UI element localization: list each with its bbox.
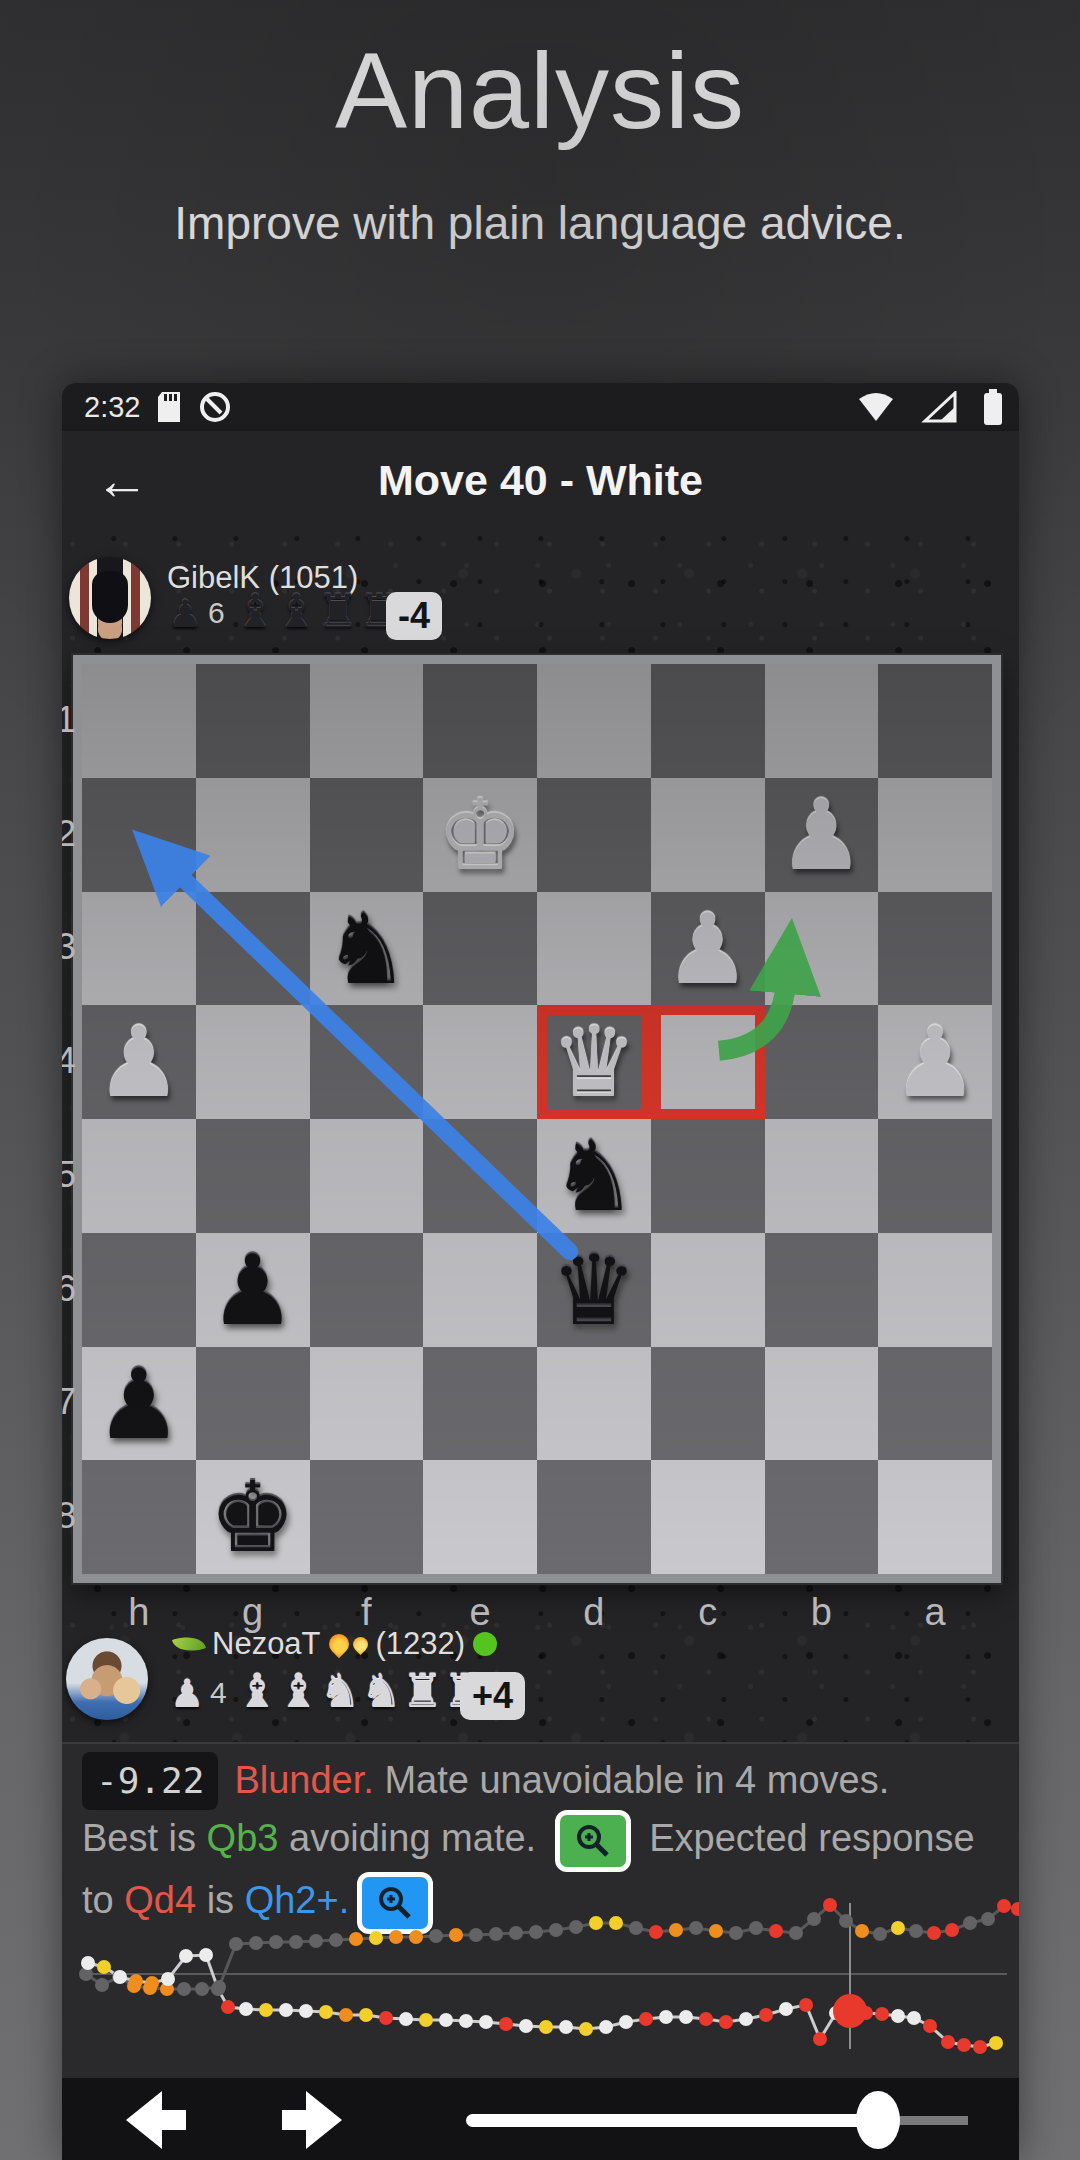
move-point [823, 1898, 837, 1912]
captured-rook-icon: ♜ [402, 1668, 443, 1714]
move-point [459, 2014, 473, 2028]
analysis-segment: avoiding mate. [278, 1817, 546, 1859]
wifi-icon [857, 391, 895, 423]
move-point [529, 1925, 543, 1939]
square-c5[interactable] [651, 1119, 765, 1233]
square-b2[interactable]: ♟ [765, 778, 879, 892]
move-point [479, 2015, 493, 2029]
captured-knight-icon: ♞ [319, 1668, 360, 1714]
move-point [229, 1937, 243, 1951]
previous-move-button[interactable] [120, 2089, 190, 2155]
move-point [619, 2015, 633, 2029]
square-a6[interactable] [878, 1233, 992, 1347]
move-point [259, 2003, 273, 2017]
square-a2[interactable] [878, 778, 992, 892]
black-knight-f3: ♞ [310, 892, 424, 1006]
square-h7[interactable]: ♟ [82, 1347, 196, 1461]
black-pawn-h7: ♟ [82, 1347, 196, 1461]
move-point [97, 1960, 111, 1974]
move-point [907, 2011, 921, 2025]
move-point [945, 1923, 959, 1937]
phone-screenshot: 2:32 ← Move 40 - White [62, 383, 1019, 2160]
analysis-segment: Qb3 [207, 1817, 279, 1859]
move-point [941, 2035, 955, 2049]
move-point [539, 2020, 553, 2034]
move-point [589, 1916, 603, 1930]
square-h2[interactable] [82, 778, 196, 892]
square-b1[interactable] [765, 664, 879, 778]
square-c3[interactable]: ♟ [651, 892, 765, 1006]
signal-icon [921, 391, 957, 423]
file-label-a: a [920, 1591, 950, 1634]
analysis-segment: Best is [82, 1817, 207, 1859]
move-point [789, 1926, 803, 1940]
black-pawn-g6: ♟ [196, 1233, 310, 1347]
square-e4[interactable] [423, 1005, 537, 1119]
rank-label-6: 6 [62, 1268, 78, 1310]
square-d1[interactable] [537, 664, 651, 778]
move-point [429, 1929, 443, 1943]
square-d7[interactable] [537, 1347, 651, 1461]
square-d5[interactable]: ♞ [537, 1119, 651, 1233]
square-a1[interactable] [878, 664, 992, 778]
move-point [195, 1982, 209, 1996]
square-d2[interactable] [537, 778, 651, 892]
move-point [639, 2012, 653, 2026]
move-point [1011, 1902, 1019, 1916]
avatar-top-player[interactable] [69, 557, 151, 639]
move-point [145, 1976, 159, 1990]
move-point [709, 1924, 723, 1938]
square-e2[interactable]: ♚ [423, 778, 537, 892]
move-point [177, 1982, 191, 1996]
app-bar: ← Move 40 - White [62, 431, 1019, 530]
evaluation-chart[interactable] [62, 1897, 1019, 2078]
move-point [749, 1921, 763, 1935]
move-point [719, 2015, 733, 2029]
square-e7[interactable] [423, 1347, 537, 1461]
square-h3[interactable] [82, 892, 196, 1006]
square-c7[interactable] [651, 1347, 765, 1461]
avatar-bottom-player[interactable] [66, 1638, 148, 1720]
square-a3[interactable] [878, 892, 992, 1006]
move-point [211, 1982, 225, 1996]
clock: 2:32 [84, 391, 140, 424]
black-king-g8: ♚ [196, 1460, 310, 1574]
move-point [739, 2012, 753, 2026]
move-point [813, 2032, 827, 2046]
square-g2[interactable] [196, 778, 310, 892]
move-point [659, 2010, 673, 2024]
move-point [599, 2020, 613, 2034]
sd-card-icon [154, 390, 184, 424]
status-bar: 2:32 [62, 383, 1019, 431]
move-point [499, 2017, 513, 2031]
white-queen-d4: ♛ [537, 1005, 651, 1119]
move-point [269, 1935, 283, 1949]
move-point [439, 2013, 453, 2027]
move-point [239, 2002, 253, 2016]
move-slider-thumb[interactable] [856, 2091, 900, 2149]
square-h6[interactable] [82, 1233, 196, 1347]
square-e1[interactable] [423, 664, 537, 778]
captured-rook-icon: ♜ [317, 588, 358, 634]
data-saver-icon [198, 390, 232, 424]
top-captured-tray: ♟ 6 ♝♝♜♜ [168, 588, 400, 634]
move-point [199, 1948, 213, 1962]
move-point [855, 1924, 869, 1938]
move-point [279, 2003, 293, 2017]
move-nav-bar [62, 2078, 1019, 2160]
analysis-panel: -9.22Blunder. Mate unavoidable in 4 move… [62, 1742, 1019, 2080]
next-move-button[interactable] [278, 2089, 348, 2155]
flame-icon [324, 1630, 352, 1658]
move-point [249, 1936, 263, 1950]
move-point [489, 1927, 503, 1941]
move-point [839, 1914, 853, 1928]
captured-knight-icon: ♞ [361, 1668, 402, 1714]
move-point [679, 2010, 693, 2024]
page-subtitle: Improve with plain language advice. [0, 196, 1080, 250]
rank-label-7: 7 [62, 1381, 78, 1423]
file-label-b: b [806, 1591, 836, 1634]
move-point [549, 1923, 563, 1937]
square-f6[interactable] [310, 1233, 424, 1347]
captured-bishop-icon: ♝ [278, 1668, 319, 1714]
square-c8[interactable] [651, 1460, 765, 1574]
move-point [319, 2005, 333, 2019]
back-button[interactable]: ← [62, 431, 182, 530]
black-queen-d6: ♛ [537, 1233, 651, 1347]
square-e8[interactable] [423, 1460, 537, 1574]
move-point [989, 2036, 1003, 2050]
move-point [689, 1921, 703, 1935]
square-g5[interactable] [196, 1119, 310, 1233]
white-pawn-b2: ♟ [765, 778, 879, 892]
analysis-segment: Expected response [639, 1817, 975, 1859]
move-point [981, 1912, 995, 1926]
white-pawn-a4: ♟ [878, 1005, 992, 1119]
move-point [95, 1978, 109, 1992]
move-point [389, 1930, 403, 1944]
black-knight-d5: ♞ [537, 1119, 651, 1233]
square-b5[interactable] [765, 1119, 879, 1233]
square-d4[interactable]: ♛ [537, 1005, 651, 1119]
move-point [909, 1924, 923, 1938]
page-title: Analysis [0, 28, 1080, 153]
upper-line [86, 1905, 1018, 1989]
move-point [519, 2019, 533, 2033]
square-a8[interactable] [878, 1460, 992, 1574]
square-g1[interactable] [196, 664, 310, 778]
rank-label-8: 8 [62, 1495, 78, 1537]
material-badge-bottom: +4 [460, 1672, 525, 1720]
square-b4[interactable] [765, 1005, 879, 1119]
file-label-c: c [693, 1591, 723, 1634]
white-pawn-h4: ♟ [82, 1005, 196, 1119]
move-point [349, 1932, 363, 1946]
square-f2[interactable] [310, 778, 424, 892]
app-bar-title: Move 40 - White [62, 456, 1019, 505]
square-h4[interactable]: ♟ [82, 1005, 196, 1119]
bottom-captured-tray: ♟ 4 ♝♝♞♞♜♜ [170, 1668, 484, 1714]
captured-pawn-count: 4 [210, 1676, 227, 1710]
move-point [609, 1916, 623, 1930]
square-f8[interactable] [310, 1460, 424, 1574]
square-e6[interactable] [423, 1233, 537, 1347]
bottom-player-rating: (1232) [376, 1626, 466, 1662]
zoom-variation-button-green[interactable] [555, 1810, 631, 1872]
move-point [509, 1926, 523, 1940]
captured-bishop-icon: ♝ [237, 1668, 278, 1714]
flame-icon-small [349, 1633, 370, 1654]
move-point [179, 1949, 193, 1963]
file-label-d: d [579, 1591, 609, 1634]
captured-pawn-icon: ♟ [170, 1674, 204, 1714]
analysis-segment: Mate unavoidable in 4 moves. [374, 1759, 889, 1801]
chess-board: ♚♟♞♟♟♛♟♞♟♛♟♚ [73, 655, 1001, 1583]
file-label-h: h [124, 1591, 154, 1634]
move-point [129, 1974, 143, 1988]
move-point [759, 2008, 773, 2022]
move-point [699, 2012, 713, 2026]
move-point [807, 1912, 821, 1926]
square-e3[interactable] [423, 892, 537, 1006]
square-d3[interactable] [537, 892, 651, 1006]
move-point [449, 1928, 463, 1942]
square-g8[interactable]: ♚ [196, 1460, 310, 1574]
move-point [997, 1899, 1011, 1913]
move-point [369, 1931, 383, 1945]
material-badge-top: -4 [386, 592, 442, 640]
page: Analysis Improve with plain language adv… [0, 0, 1080, 2160]
evaluation-score: -9.22 [82, 1752, 218, 1810]
move-point [963, 1916, 977, 1930]
leaf-icon [172, 1631, 206, 1657]
square-c2[interactable] [651, 778, 765, 892]
square-a4[interactable]: ♟ [878, 1005, 992, 1119]
move-slider-track[interactable] [466, 2114, 878, 2127]
move-point [81, 1956, 95, 1970]
square-g6[interactable]: ♟ [196, 1233, 310, 1347]
captured-pawn-count: 6 [208, 596, 225, 630]
move-point [873, 1927, 887, 1941]
square-f1[interactable] [310, 664, 424, 778]
move-point [875, 2007, 889, 2021]
move-point [221, 2000, 235, 2014]
move-point [379, 2011, 393, 2025]
square-b3[interactable] [765, 892, 879, 1006]
move-point [729, 1926, 743, 1940]
square-h1[interactable] [82, 664, 196, 778]
captured-bishop-icon: ♝ [276, 588, 317, 634]
move-point [891, 2009, 905, 2023]
move-point [329, 1933, 343, 1947]
move-point [309, 1934, 323, 1948]
square-d6[interactable]: ♛ [537, 1233, 651, 1347]
move-point [629, 1921, 643, 1935]
move-point [779, 2002, 793, 2016]
square-f4[interactable] [310, 1005, 424, 1119]
rank-label-5: 5 [62, 1154, 78, 1196]
move-point [419, 2013, 433, 2027]
move-point [289, 1935, 303, 1949]
move-point [579, 2022, 593, 2036]
move-point [859, 2006, 873, 2020]
move-point [927, 1926, 941, 1940]
move-point [559, 2020, 573, 2034]
move-point [769, 1924, 783, 1938]
square-c1[interactable] [651, 664, 765, 778]
square-a7[interactable] [878, 1347, 992, 1461]
move-point [799, 1998, 813, 2012]
move-point [469, 1928, 483, 1942]
captured-pawn-icon: ♟ [168, 594, 202, 634]
square-b6[interactable] [765, 1233, 879, 1347]
square-f7[interactable] [310, 1347, 424, 1461]
captured-bishop-icon: ♝ [235, 588, 276, 634]
square-b8[interactable] [765, 1460, 879, 1574]
white-king-e2: ♚ [423, 778, 537, 892]
move-point [973, 2040, 987, 2054]
move-point [299, 2004, 313, 2018]
square-f5[interactable] [310, 1119, 424, 1233]
square-g4[interactable] [196, 1005, 310, 1119]
move-point [957, 2038, 971, 2052]
move-point [339, 2008, 353, 2022]
analysis-segment: Blunder. [234, 1759, 373, 1801]
square-c4[interactable] [651, 1005, 765, 1119]
square-a5[interactable] [878, 1119, 992, 1233]
rank-label-1: 1 [62, 699, 78, 741]
move-point [409, 1930, 423, 1944]
move-point [399, 2012, 413, 2026]
move-point [569, 1920, 583, 1934]
move-point [359, 2008, 373, 2022]
square-g3[interactable] [196, 892, 310, 1006]
square-h5[interactable] [82, 1119, 196, 1233]
white-pawn-c3: ♟ [651, 892, 765, 1006]
move-point [669, 1923, 683, 1937]
rank-label-4: 4 [62, 1040, 78, 1082]
square-b7[interactable] [765, 1347, 879, 1461]
move-point [649, 1925, 663, 1939]
move-point [891, 1921, 905, 1935]
square-d8[interactable] [537, 1460, 651, 1574]
square-f3[interactable]: ♞ [310, 892, 424, 1006]
square-h8[interactable] [82, 1460, 196, 1574]
rank-label-2: 2 [62, 813, 78, 855]
square-g7[interactable] [196, 1347, 310, 1461]
move-point [113, 1970, 127, 1984]
bottom-player-name: NezoaT [212, 1626, 321, 1662]
online-status-dot [473, 1632, 497, 1656]
square-c6[interactable] [651, 1233, 765, 1347]
rank-label-3: 3 [62, 926, 78, 968]
move-point [923, 2019, 937, 2033]
move-point [161, 1972, 175, 1986]
square-e5[interactable] [423, 1119, 537, 1233]
game-area: GibelK (1051) ♟ 6 ♝♝♜♜ -4 ♚♟♞♟♟♛♟♞♟♛♟♚ [62, 530, 1019, 1742]
battery-icon [983, 389, 1003, 425]
